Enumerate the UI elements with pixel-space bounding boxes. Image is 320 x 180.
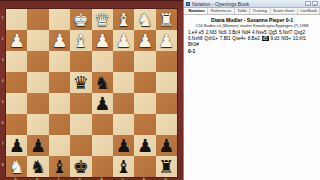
square-h6[interactable] [6, 114, 27, 135]
square-c3[interactable] [113, 51, 134, 72]
square-g1[interactable] [27, 9, 48, 30]
square-g3[interactable] [27, 51, 48, 72]
move-token[interactable]: Qxe4+ [232, 36, 246, 41]
square-c5[interactable] [113, 93, 134, 114]
move-token[interactable]: 5.Nxf7 [279, 30, 292, 35]
square-b7[interactable]: ♟ [134, 135, 155, 156]
white-knight: ♞ [6, 156, 27, 177]
square-b6[interactable] [134, 114, 155, 135]
move-token[interactable]: 2.Nf3 [206, 30, 217, 35]
square-c4[interactable] [113, 72, 134, 93]
move-token[interactable]: 1.e4 [188, 30, 197, 35]
square-e2[interactable]: ♝ [70, 30, 91, 51]
square-a7[interactable]: ♟ [156, 135, 177, 156]
square-e8[interactable]: ♚ [70, 156, 91, 177]
black-bishop: ♝ [49, 156, 70, 177]
move-token[interactable]: Qxh1+ [204, 36, 218, 41]
white-queen: ♛ [92, 9, 113, 30]
square-c2[interactable]: ♟ [113, 30, 134, 51]
move-token[interactable]: 6.Nxh8 [188, 36, 203, 41]
square-b2[interactable]: ♟ [134, 30, 155, 51]
square-d7[interactable] [92, 135, 113, 156]
square-d4[interactable]: ♞ [92, 72, 113, 93]
square-f2[interactable]: ♟ [49, 30, 70, 51]
square-f6[interactable] [49, 114, 70, 135]
square-f1[interactable] [49, 9, 70, 30]
file-label-f: f [48, 177, 69, 180]
white-pawn: ♟ [134, 30, 155, 51]
square-d3[interactable] [92, 51, 113, 72]
square-c7[interactable]: ♟ [113, 135, 134, 156]
square-a4[interactable] [156, 72, 177, 93]
move-list: 1.e4 e5 2.Nf3 Nc6 3.Bc4 Nd4 4.Nxe5 Qg5 5… [188, 30, 316, 48]
white-king: ♚ [70, 9, 91, 30]
square-g8[interactable]: ♞ [27, 156, 48, 177]
square-g7[interactable]: ♟ [27, 135, 48, 156]
square-d2[interactable]: ♟ [92, 30, 113, 51]
move-token[interactable]: 7.Bf1 [220, 36, 231, 41]
square-d6[interactable] [92, 114, 113, 135]
square-b1[interactable]: ♞ [134, 9, 155, 30]
black-pawn: ♟ [113, 135, 134, 156]
move-token[interactable]: d5 [262, 36, 269, 41]
square-g5[interactable] [27, 93, 48, 114]
file-label-g: g [26, 177, 47, 180]
square-h2[interactable]: ♟ [6, 30, 27, 51]
square-h4[interactable] [6, 72, 27, 93]
tab-notation[interactable]: Notation [186, 8, 208, 14]
square-a6[interactable] [156, 114, 177, 135]
move-token[interactable]: Nc6 [218, 30, 226, 35]
square-e6[interactable] [70, 114, 91, 135]
square-h7[interactable]: ♟ [6, 135, 27, 156]
black-pawn: ♟ [156, 135, 177, 156]
move-token[interactable]: Nf3+ [281, 36, 291, 41]
square-c8[interactable]: ♝ [113, 156, 134, 177]
square-g4[interactable] [27, 72, 48, 93]
square-a3[interactable] [156, 51, 177, 72]
white-pawn: ♟ [6, 30, 27, 51]
square-d5[interactable]: ♟ [92, 93, 113, 114]
square-g6[interactable] [27, 114, 48, 135]
tab-references[interactable]: References [208, 8, 234, 14]
notation-tab-row: NotationReferencesTableTrainingScore she… [184, 8, 320, 15]
square-a8[interactable]: ♜ [156, 156, 177, 177]
square-e5[interactable] [70, 93, 91, 114]
square-d8[interactable] [92, 156, 113, 177]
window-icon [186, 2, 190, 6]
close-button[interactable]: × [312, 1, 318, 6]
square-a5[interactable] [156, 93, 177, 114]
square-f3[interactable] [49, 51, 70, 72]
white-pawn: ♟ [92, 30, 113, 51]
black-pawn: ♟ [6, 135, 27, 156]
board-window: 12345678 ♚♛♝♞♜♟♟♝♟♟♟♟♛♞♟♟♟♟♟♟♞♞♝♚♝♜ hgfe… [0, 0, 183, 180]
move-token[interactable]: e5 [199, 30, 204, 35]
black-king: ♚ [70, 156, 91, 177]
file-label-a: a [155, 177, 176, 180]
black-pawn: ♟ [27, 135, 48, 156]
square-a1[interactable]: ♜ [156, 9, 177, 30]
notation-title-bar: Notation - Openings Book ▫ × [184, 0, 320, 8]
move-token[interactable]: 4.Nxe5 [252, 30, 267, 35]
square-g2[interactable] [27, 30, 48, 51]
square-b8[interactable] [134, 156, 155, 177]
square-b3[interactable] [134, 51, 155, 72]
square-f4[interactable] [49, 72, 70, 93]
move-token[interactable]: 9.d3 [270, 36, 279, 41]
move-token[interactable]: Qg5 [268, 30, 277, 35]
square-e7[interactable] [70, 135, 91, 156]
black-rook: ♜ [156, 156, 177, 177]
white-pawn: ♟ [49, 30, 70, 51]
file-label-d: d [91, 177, 112, 180]
black-knight: ♞ [27, 156, 48, 177]
square-f8[interactable]: ♝ [49, 156, 70, 177]
game-details: C50 Baden-ch (Women) sautter Kowalczyna … [188, 23, 316, 28]
square-h1[interactable] [6, 9, 27, 30]
window-title: Notation - Openings Book [192, 1, 304, 7]
square-a2[interactable]: ♟ [156, 30, 177, 51]
notation-window: Notation - Openings Book ▫ × NotationRef… [183, 0, 320, 180]
square-c1[interactable]: ♝ [113, 9, 134, 30]
square-f5[interactable] [49, 93, 70, 114]
white-pawn: ♟ [113, 30, 134, 51]
chess-board[interactable]: ♚♛♝♞♜♟♟♝♟♟♟♟♛♞♟♟♟♟♟♟♞♞♝♚♝♜ [5, 8, 178, 178]
file-label-e: e [69, 177, 90, 180]
black-queen: ♛ [70, 72, 91, 93]
square-e4[interactable]: ♛ [70, 72, 91, 93]
file-label-c: c [112, 177, 133, 180]
maximize-button[interactable]: ▫ [305, 1, 311, 6]
move-token[interactable]: 10.Kf1 [293, 36, 306, 41]
tab-table[interactable]: Table [235, 8, 251, 14]
square-e3[interactable] [70, 51, 91, 72]
tab-training[interactable]: Training [250, 8, 270, 14]
file-label-h: h [5, 177, 26, 180]
game-result: 0-1 [188, 48, 316, 55]
square-h8[interactable]: ♞ [6, 156, 27, 177]
square-e1[interactable]: ♚ [70, 9, 91, 30]
file-label-b: b [133, 177, 154, 180]
tab-livebook[interactable]: LiveBook [298, 8, 320, 14]
white-rook: ♜ [156, 9, 177, 30]
square-c6[interactable] [113, 114, 134, 135]
square-h5[interactable] [6, 93, 27, 114]
white-knight: ♞ [134, 9, 155, 30]
move-token[interactable]: 8.Be2 [248, 36, 260, 41]
move-token[interactable]: Bh3# [188, 42, 199, 47]
white-pawn: ♟ [156, 30, 177, 51]
white-bishop: ♝ [70, 30, 91, 51]
white-bishop: ♝ [113, 9, 134, 30]
move-token[interactable]: Qxg2 [294, 30, 305, 35]
black-pawn: ♟ [92, 93, 113, 114]
square-h3[interactable] [6, 51, 27, 72]
tab-score-sheet[interactable]: Score sheet [271, 8, 298, 14]
notation-body: Diana Mudler - Susanne Pieper 0-1 C50 Ba… [184, 15, 320, 55]
move-token[interactable]: Nd4 [242, 30, 250, 35]
move-token[interactable]: 3.Bc4 [228, 30, 240, 35]
square-b4[interactable] [134, 72, 155, 93]
square-d1[interactable]: ♛ [92, 9, 113, 30]
square-b5[interactable] [134, 93, 155, 114]
black-pawn: ♟ [134, 135, 155, 156]
black-bishop: ♝ [113, 156, 134, 177]
square-f7[interactable] [49, 135, 70, 156]
black-knight: ♞ [92, 72, 113, 93]
